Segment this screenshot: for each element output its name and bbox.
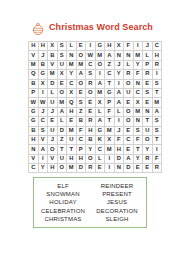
grid-cell[interactable]: C — [134, 89, 143, 97]
grid-cell[interactable]: S — [86, 70, 95, 78]
grid-cell[interactable]: L — [48, 89, 57, 97]
grid-cell[interactable]: S — [153, 80, 162, 88]
grid-cell[interactable]: M — [58, 98, 67, 106]
page-title: Christmas Word Search — [49, 22, 153, 32]
grid-cell[interactable]: A — [115, 89, 124, 97]
grid-cell[interactable]: M — [29, 61, 38, 69]
grid-cell[interactable]: T — [143, 117, 152, 125]
grid-cell[interactable]: M — [96, 89, 105, 97]
grid-cell[interactable]: F — [134, 136, 143, 144]
grid-cell[interactable]: S — [153, 117, 162, 125]
word-list-item: HOLIDAY — [49, 198, 76, 206]
grid-cell[interactable]: L — [124, 61, 133, 69]
word-list-item: JESUS — [107, 198, 127, 206]
grid-cell[interactable]: H — [115, 145, 124, 153]
grid-cell[interactable]: C — [77, 136, 86, 144]
grid-cell[interactable]: L — [67, 42, 76, 50]
grid-cell[interactable]: G — [29, 108, 38, 116]
grid-cell[interactable]: E — [96, 164, 105, 172]
grid-cell[interactable]: I — [39, 89, 48, 97]
grid-cell[interactable]: T — [105, 117, 114, 125]
grid-cell[interactable]: P — [77, 145, 86, 153]
grid-cell[interactable]: E — [77, 42, 86, 50]
grid-cell[interactable]: O — [124, 117, 133, 125]
grid-cell[interactable]: O — [58, 164, 67, 172]
grid-cell[interactable]: X — [67, 89, 76, 97]
grid-cell[interactable]: M — [77, 61, 86, 69]
grid-cell[interactable]: A — [153, 108, 162, 116]
grid-cell[interactable]: B — [77, 117, 86, 125]
word-list-item: REINDEER — [101, 182, 134, 190]
grid-cell[interactable]: O — [58, 89, 67, 97]
grid-cell[interactable]: H — [153, 51, 162, 59]
grid-cell[interactable]: F — [124, 42, 133, 50]
grid-cell[interactable]: N — [67, 51, 76, 59]
grid-cell[interactable]: S — [58, 51, 67, 59]
grid-cell[interactable]: F — [77, 127, 86, 135]
grid-cell[interactable]: E — [58, 80, 67, 88]
grid-cell[interactable]: R — [124, 70, 133, 78]
grid-cell[interactable]: Y — [134, 61, 143, 69]
grid-cell[interactable]: D — [115, 155, 124, 163]
grid-cell[interactable]: M — [105, 145, 114, 153]
grid-cell[interactable]: N — [115, 51, 124, 59]
grid-cell[interactable]: H — [67, 155, 76, 163]
grid-cell[interactable]: I — [39, 155, 48, 163]
grid-cell[interactable]: E — [143, 164, 152, 172]
word-list-item: CELEBRATION — [41, 207, 85, 215]
grid-cell[interactable]: E — [124, 127, 133, 135]
grid-cell[interactable]: L — [58, 117, 67, 125]
grid-cell[interactable]: N — [115, 164, 124, 172]
grid-cell[interactable]: C — [39, 117, 48, 125]
grid-cell[interactable]: B — [86, 136, 95, 144]
grid-cell[interactable]: A — [105, 51, 114, 59]
grid-cell[interactable]: C — [124, 136, 133, 144]
grid-cell[interactable]: P — [29, 89, 38, 97]
grid-cell[interactable]: C — [29, 164, 38, 172]
grid-cell[interactable]: I — [153, 70, 162, 78]
grid-cell[interactable]: D — [77, 164, 86, 172]
grid-cell[interactable]: M — [134, 108, 143, 116]
grid-cell[interactable]: I — [86, 42, 95, 50]
grid-cell[interactable]: M — [105, 127, 114, 135]
grid-cell[interactable]: M — [134, 51, 143, 59]
grid-cell[interactable]: Q — [67, 98, 76, 106]
grid-cell[interactable]: V — [48, 61, 57, 69]
grid-cell[interactable]: H — [29, 42, 38, 50]
grid-cell[interactable]: L — [115, 108, 124, 116]
grid-cell[interactable]: V — [39, 136, 48, 144]
grid-cell[interactable]: B — [48, 51, 57, 59]
grid-cell[interactable]: E — [67, 117, 76, 125]
grid-cell[interactable]: X — [48, 42, 57, 50]
grid-cell[interactable]: Y — [86, 145, 95, 153]
grid-cell[interactable]: Q — [29, 70, 38, 78]
grid-cell[interactable]: N — [29, 145, 38, 153]
grid-cell[interactable]: Y — [134, 155, 143, 163]
grid-cell[interactable]: J — [39, 51, 48, 59]
grid-cell[interactable]: V — [48, 155, 57, 163]
grid-cell[interactable]: B — [29, 127, 38, 135]
grid-cell[interactable]: S — [153, 127, 162, 135]
grid-cell[interactable]: A — [77, 70, 86, 78]
grid-cell[interactable]: H — [86, 127, 95, 135]
grid-cell[interactable]: V — [29, 51, 38, 59]
grid-cell[interactable]: E — [48, 117, 57, 125]
grid-cell[interactable]: E — [86, 108, 95, 116]
word-grid: HHXSLEIGHXFIJCVJBSNOWMANNMLHMBVUMMCOZJLY… — [28, 41, 162, 173]
grid-cell[interactable]: U — [48, 127, 57, 135]
grid-cell[interactable]: W — [39, 98, 48, 106]
grid-cell[interactable]: J — [39, 108, 48, 116]
grid-cell[interactable]: O — [124, 80, 133, 88]
grid-cell[interactable]: O — [86, 89, 95, 97]
grid-cell[interactable]: F — [134, 70, 143, 78]
grid-cell[interactable]: H — [48, 164, 57, 172]
grid-cell[interactable]: U — [58, 61, 67, 69]
word-list-item: ELF — [57, 182, 69, 190]
grid-cell[interactable]: R — [143, 155, 152, 163]
grid-cell[interactable]: C — [86, 61, 95, 69]
grid-cell[interactable]: O — [86, 155, 95, 163]
word-list-right: REINDEERPRESENTJESUSDECORATIONSLEIGH — [90, 182, 144, 223]
grid-cell[interactable]: G — [29, 117, 38, 125]
word-list-item: SLEIGH — [105, 215, 128, 223]
grid-cell[interactable]: T — [105, 80, 114, 88]
grid-cell[interactable]: S — [77, 98, 86, 106]
grid-cell[interactable]: O — [77, 51, 86, 59]
grid-cell[interactable]: G — [96, 42, 105, 50]
grid-cell[interactable]: J — [48, 108, 57, 116]
grid-cell[interactable]: G — [105, 89, 114, 97]
grid-cell[interactable]: X — [115, 42, 124, 50]
grid-cell[interactable]: H — [29, 136, 38, 144]
grid-cell[interactable]: I — [115, 80, 124, 88]
grid-cell[interactable]: R — [153, 164, 162, 172]
christmas-ornament-icon — [32, 21, 44, 33]
grid-cell[interactable]: A — [96, 117, 105, 125]
grid-cell[interactable]: L — [143, 51, 152, 59]
grid-cell[interactable]: P — [105, 98, 114, 106]
grid-cell[interactable]: E — [77, 89, 86, 97]
grid-cell[interactable]: X — [134, 98, 143, 106]
grid-cell[interactable]: A — [124, 155, 133, 163]
grid-cell[interactable]: U — [143, 127, 152, 135]
word-list-item: SNOWMAN — [46, 190, 79, 198]
grid-cell[interactable]: C — [96, 145, 105, 153]
grid-cell[interactable]: X — [96, 98, 105, 106]
grid-cell[interactable]: I — [96, 70, 105, 78]
grid-cell[interactable]: F — [153, 155, 162, 163]
grid-cell[interactable]: E — [134, 164, 143, 172]
grid-cell[interactable]: Z — [77, 108, 86, 116]
grid-cell[interactable]: H — [67, 108, 76, 116]
grid-cell[interactable]: E — [143, 80, 152, 88]
grid-cell[interactable]: N — [124, 51, 133, 59]
grid-cell[interactable]: W — [29, 98, 38, 106]
grid-cell[interactable]: O — [48, 145, 57, 153]
grid-cell[interactable]: H — [77, 155, 86, 163]
grid-cell[interactable]: M — [67, 61, 76, 69]
grid-cell[interactable]: O — [143, 136, 152, 144]
grid-cell[interactable]: M — [96, 51, 105, 59]
grid-cell[interactable]: L — [96, 155, 105, 163]
grid-cell[interactable]: O — [124, 108, 133, 116]
grid-cell[interactable]: I — [134, 42, 143, 50]
grid-cell[interactable]: U — [67, 136, 76, 144]
grid-cell[interactable]: K — [96, 136, 105, 144]
grid-cell[interactable]: E — [143, 98, 152, 106]
grid-cell[interactable]: A — [39, 145, 48, 153]
grid-cell[interactable]: T — [153, 89, 162, 97]
grid-cell[interactable]: W — [86, 51, 95, 59]
grid-cell[interactable]: V — [29, 155, 38, 163]
grid-cell[interactable]: I — [153, 145, 162, 153]
worksheet-page: Christmas Word Search HHXSLEIGHXFIJCVJBS… — [0, 0, 180, 255]
grid-cell[interactable]: X — [39, 80, 48, 88]
grid-cell[interactable]: R — [153, 61, 162, 69]
grid-cell[interactable]: Y — [39, 164, 48, 172]
grid-cell[interactable]: G — [96, 127, 105, 135]
header: Christmas Word Search — [32, 20, 153, 34]
grid-cell[interactable]: A — [115, 98, 124, 106]
grid-cell[interactable]: Z — [105, 61, 114, 69]
word-bank-box: ELFSNOWMANHOLIDAYCELEBRATIONCHRISTMAS RE… — [33, 177, 147, 228]
grid-cell[interactable]: H — [105, 42, 114, 50]
word-list-item: DECORATION — [96, 207, 138, 215]
grid-cell[interactable]: M — [67, 127, 76, 135]
grid-cell[interactable]: T — [134, 145, 143, 153]
grid-cell[interactable]: G — [39, 70, 48, 78]
grid-cell[interactable]: Y — [143, 145, 152, 153]
grid-cell[interactable]: F — [105, 108, 114, 116]
grid-cell[interactable]: S — [39, 127, 48, 135]
grid-cell[interactable]: S — [58, 42, 67, 50]
grid-cell[interactable]: R — [86, 80, 95, 88]
grid-cell[interactable]: R — [86, 117, 95, 125]
grid-cell[interactable]: J — [48, 136, 57, 144]
grid-cell[interactable]: A — [58, 108, 67, 116]
word-list-left: ELFSNOWMANHOLIDAYCELEBRATIONCHRISTMAS — [36, 182, 90, 223]
grid-cell[interactable]: H — [39, 42, 48, 50]
grid-cell[interactable]: E — [86, 98, 95, 106]
grid-cell[interactable]: Y — [115, 70, 124, 78]
grid-cell[interactable]: M — [153, 98, 162, 106]
grid-cell[interactable]: P — [143, 61, 152, 69]
grid-cell[interactable]: S — [143, 89, 152, 97]
grid-cell[interactable]: D — [48, 80, 57, 88]
grid-cell[interactable]: J — [115, 127, 124, 135]
grid-cell[interactable]: C — [67, 80, 76, 88]
grid-cell[interactable]: C — [153, 42, 162, 50]
grid-cell[interactable]: F — [115, 136, 124, 144]
grid-cell[interactable]: C — [105, 70, 114, 78]
grid-cell[interactable]: U — [48, 98, 57, 106]
grid-cell[interactable]: M — [67, 164, 76, 172]
grid-cell[interactable]: B — [39, 61, 48, 69]
grid-cell[interactable]: N — [143, 108, 152, 116]
grid-cell[interactable]: S — [134, 127, 143, 135]
grid-cell[interactable]: O — [77, 80, 86, 88]
grid-cell[interactable]: J — [115, 61, 124, 69]
grid-cell[interactable]: B — [29, 80, 38, 88]
grid-cell[interactable]: L — [96, 108, 105, 116]
grid-cell[interactable]: A — [96, 80, 105, 88]
grid-cell[interactable]: E — [124, 98, 133, 106]
grid-cell[interactable]: I — [115, 117, 124, 125]
grid-cell[interactable]: E — [124, 145, 133, 153]
grid-cell[interactable]: J — [143, 42, 152, 50]
word-list-item: PRESENT — [102, 190, 132, 198]
grid-cell[interactable]: T — [153, 136, 162, 144]
grid-cell[interactable]: D — [58, 127, 67, 135]
grid-cell[interactable]: M — [48, 70, 57, 78]
grid-cell[interactable]: T — [58, 145, 67, 153]
word-list-item: CHRISTMAS — [44, 215, 81, 223]
grid-cell[interactable]: X — [105, 136, 114, 144]
grid-cell[interactable]: R — [143, 70, 152, 78]
grid-cell[interactable]: R — [86, 164, 95, 172]
grid-cell[interactable]: Y — [67, 70, 76, 78]
grid-cell[interactable]: Z — [58, 136, 67, 144]
grid-cell[interactable]: O — [96, 61, 105, 69]
grid-cell[interactable]: D — [124, 164, 133, 172]
grid-cell[interactable]: X — [58, 70, 67, 78]
grid-cell[interactable]: I — [105, 155, 114, 163]
grid-cell[interactable]: N — [134, 117, 143, 125]
grid-cell[interactable]: U — [58, 155, 67, 163]
grid-cell[interactable]: U — [124, 89, 133, 97]
grid-cell[interactable]: T — [67, 145, 76, 153]
grid-cell[interactable]: N — [134, 80, 143, 88]
grid-cell[interactable]: I — [105, 164, 114, 172]
